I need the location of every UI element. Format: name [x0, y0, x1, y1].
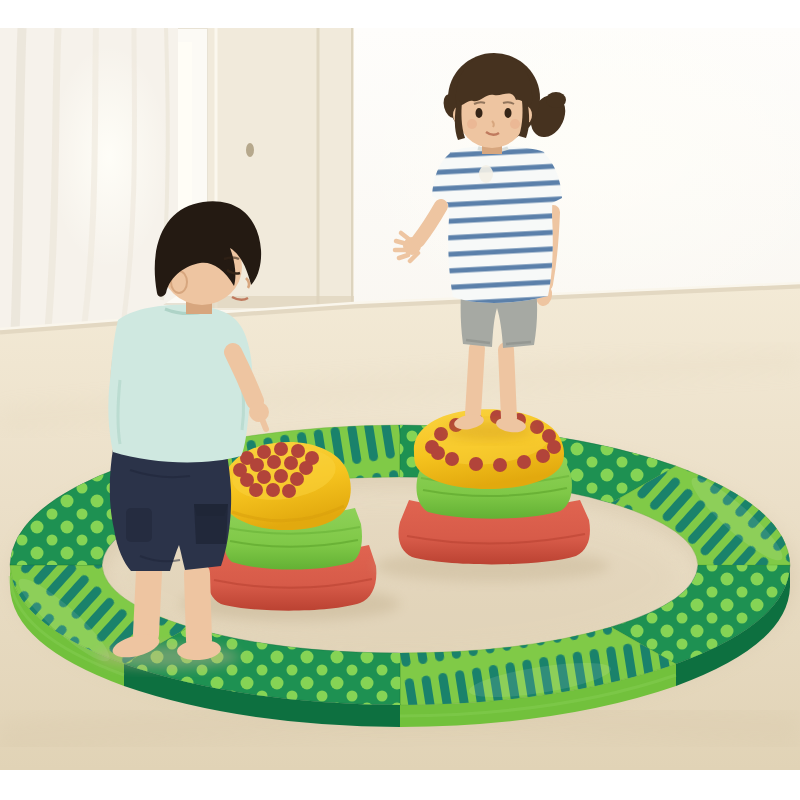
photo-bottom-margin [0, 770, 800, 800]
girl-right-leg [506, 350, 509, 418]
boy-right-leg [197, 574, 199, 640]
boy-pocket-flap [194, 504, 228, 516]
photo-top-margin [0, 0, 800, 28]
girl-blush-left [467, 119, 477, 129]
boy-tshirt [108, 305, 252, 463]
shirt-chest-print [479, 165, 493, 183]
scene-photo [0, 0, 800, 800]
girl-eye-left [476, 108, 483, 118]
girl-pigtail-right-tuft [546, 92, 566, 108]
girl-eye-right [505, 108, 512, 118]
girl-left-leg [473, 348, 477, 414]
photo-canvas [0, 0, 800, 800]
window-light [50, 44, 168, 269]
door-handle [246, 143, 254, 157]
girl-blush-right [510, 119, 520, 129]
boy-side-pocket [126, 508, 152, 542]
boy-left-leg [146, 572, 149, 634]
